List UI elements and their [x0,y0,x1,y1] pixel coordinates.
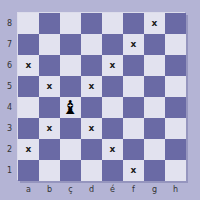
square-a8[interactable] [18,13,39,34]
square-b2[interactable] [39,139,60,160]
rank-label-3: 3 [0,118,12,139]
square-e1[interactable] [102,160,123,181]
square-a4[interactable] [18,97,39,118]
square-f6[interactable] [123,55,144,76]
square-f3[interactable] [123,118,144,139]
square-d2[interactable] [81,139,102,160]
file-labels: abçdéfgh [18,183,186,196]
square-a6[interactable]: x [18,55,39,76]
rank-label-6: 6 [0,55,12,76]
move-mark-e2: x [110,145,116,154]
square-b6[interactable] [39,55,60,76]
square-e3[interactable] [102,118,123,139]
square-c1[interactable] [60,160,81,181]
rank-label-8: 8 [0,13,12,34]
square-f1[interactable]: x [123,160,144,181]
square-b1[interactable] [39,160,60,181]
file-label-g: g [144,183,165,196]
square-g4[interactable] [144,97,165,118]
rank-label-7: 7 [0,34,12,55]
square-g7[interactable] [144,34,165,55]
square-a7[interactable] [18,34,39,55]
move-mark-d3: x [89,124,95,133]
square-h6[interactable] [165,55,186,76]
square-h8[interactable] [165,13,186,34]
rank-label-1: 1 [0,160,12,181]
move-mark-b3: x [47,124,53,133]
square-h2[interactable] [165,139,186,160]
square-h1[interactable] [165,160,186,181]
move-mark-f1: x [131,166,137,175]
square-h4[interactable] [165,97,186,118]
square-d8[interactable] [81,13,102,34]
move-mark-a2: x [26,145,32,154]
square-c2[interactable] [60,139,81,160]
square-e6[interactable]: x [102,55,123,76]
square-f7[interactable]: x [123,34,144,55]
black-bishop-piece[interactable]: ♝ [62,97,79,118]
square-h7[interactable] [165,34,186,55]
file-label-d: d [81,183,102,196]
rank-label-2: 2 [0,139,12,160]
square-b5[interactable]: x [39,76,60,97]
square-e8[interactable] [102,13,123,34]
move-mark-d5: x [89,82,95,91]
square-c3[interactable] [60,118,81,139]
square-a5[interactable] [18,76,39,97]
square-a2[interactable]: x [18,139,39,160]
file-label-a: a [18,183,39,196]
square-b8[interactable] [39,13,60,34]
square-e5[interactable] [102,76,123,97]
square-f2[interactable] [123,139,144,160]
square-c6[interactable] [60,55,81,76]
square-g6[interactable] [144,55,165,76]
file-label-c: ç [60,183,81,196]
square-d4[interactable] [81,97,102,118]
square-g1[interactable] [144,160,165,181]
square-c8[interactable] [60,13,81,34]
rank-label-5: 5 [0,76,12,97]
square-e4[interactable] [102,97,123,118]
square-d3[interactable]: x [81,118,102,139]
file-label-e: é [102,183,123,196]
square-d6[interactable] [81,55,102,76]
move-mark-a6: x [26,61,32,70]
square-d1[interactable] [81,160,102,181]
move-mark-f7: x [131,40,137,49]
square-c5[interactable] [60,76,81,97]
chess-board: xxxxxx♝xxxxx [18,13,186,181]
file-label-h: h [165,183,186,196]
square-g8[interactable]: x [144,13,165,34]
square-f5[interactable] [123,76,144,97]
square-h3[interactable] [165,118,186,139]
square-d7[interactable] [81,34,102,55]
file-label-b: b [39,183,60,196]
square-h5[interactable] [165,76,186,97]
square-a1[interactable] [18,160,39,181]
move-mark-b5: x [47,82,53,91]
square-b7[interactable] [39,34,60,55]
move-mark-e6: x [110,61,116,70]
square-a3[interactable] [18,118,39,139]
square-e2[interactable]: x [102,139,123,160]
square-f8[interactable] [123,13,144,34]
square-e7[interactable] [102,34,123,55]
square-d5[interactable]: x [81,76,102,97]
square-g3[interactable] [144,118,165,139]
square-b4[interactable] [39,97,60,118]
square-c4[interactable]: ♝ [60,97,81,118]
rank-labels: 87654321 [0,13,12,181]
rank-label-4: 4 [0,97,12,118]
square-c7[interactable] [60,34,81,55]
square-g2[interactable] [144,139,165,160]
move-mark-g8: x [152,19,158,28]
square-f4[interactable] [123,97,144,118]
file-label-f: f [123,183,144,196]
square-g5[interactable] [144,76,165,97]
square-b3[interactable]: x [39,118,60,139]
